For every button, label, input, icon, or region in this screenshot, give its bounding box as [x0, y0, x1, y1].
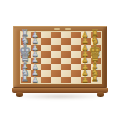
square	[91, 77, 101, 83]
square	[21, 77, 31, 83]
board-foot-left	[16, 92, 23, 97]
square	[41, 77, 51, 83]
chess-set-photo: ♜♟♟♜♞♟♟♞♝♟♟♝♚♟♟♚♛♟♟♛♝♟♟♝♞♟♟♞♜♟♟♜	[0, 0, 120, 120]
chess-board	[13, 26, 107, 88]
squares-grid	[20, 31, 102, 84]
square	[31, 77, 41, 83]
square	[71, 77, 81, 83]
square	[81, 77, 91, 83]
hinge-icon	[65, 28, 71, 30]
square	[61, 77, 71, 83]
board-foot-right	[97, 92, 104, 97]
board-front-edge	[12, 88, 108, 93]
square	[51, 77, 61, 83]
board-shadow	[14, 94, 106, 99]
hinge-icon	[54, 28, 60, 30]
